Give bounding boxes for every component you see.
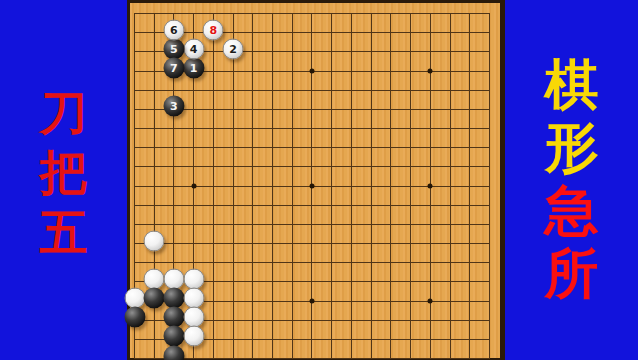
- black-stone: [144, 288, 165, 309]
- go-board: 12345678: [127, 0, 505, 360]
- caption-char: 棋: [545, 53, 599, 116]
- star-point: [309, 184, 314, 189]
- stone-move-number: 4: [190, 43, 198, 54]
- board-grid: 12345678: [134, 13, 490, 359]
- white-stone: [163, 268, 184, 289]
- stone-move-number: 6: [170, 24, 178, 35]
- stone-move-number: 3: [170, 101, 178, 112]
- caption-char: 五: [40, 202, 88, 262]
- star-point: [191, 184, 196, 189]
- white-stone: 2: [223, 38, 244, 59]
- stone-move-number: 7: [170, 63, 178, 74]
- caption-char: 形: [545, 116, 599, 179]
- white-stone: [144, 268, 165, 289]
- stone-move-number: 5: [170, 43, 178, 54]
- stone-move-number: 8: [210, 24, 218, 35]
- star-point: [428, 299, 433, 304]
- stone-move-number: 1: [190, 63, 198, 74]
- video-frame: 刀把五 12345678 棋形急所: [0, 0, 638, 360]
- star-point: [309, 69, 314, 74]
- white-stone: 6: [163, 19, 184, 40]
- caption-char: 把: [40, 142, 88, 202]
- stone-move-number: 2: [229, 43, 237, 54]
- caption-char: 所: [545, 242, 599, 305]
- white-stone: 8: [203, 19, 224, 40]
- white-stone: [183, 268, 204, 289]
- white-stone: [144, 230, 165, 251]
- left-caption: 刀把五: [0, 0, 127, 360]
- black-stone: 7: [163, 58, 184, 79]
- white-stone: [183, 307, 204, 328]
- star-point: [428, 184, 433, 189]
- right-caption: 棋形急所: [505, 0, 638, 360]
- caption-char: 刀: [40, 82, 88, 142]
- white-stone: [124, 288, 145, 309]
- black-stone: 1: [183, 58, 204, 79]
- black-stone: [163, 345, 184, 360]
- black-stone: [163, 288, 184, 309]
- black-stone: [163, 307, 184, 328]
- black-stone: [163, 326, 184, 347]
- star-point: [309, 299, 314, 304]
- white-stone: 4: [183, 38, 204, 59]
- white-stone: [183, 288, 204, 309]
- black-stone: 5: [163, 38, 184, 59]
- black-stone: 3: [163, 96, 184, 117]
- star-point: [428, 69, 433, 74]
- white-stone: [183, 326, 204, 347]
- black-stone: [124, 307, 145, 328]
- caption-char: 急: [545, 179, 599, 242]
